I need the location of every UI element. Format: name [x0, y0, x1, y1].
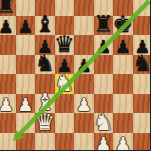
square-c1r3[interactable] [0, 35, 16, 55]
square-c5r8[interactable] [74, 133, 94, 151]
black-rook-piece[interactable]: ♜ [93, 13, 114, 36]
square-c5r6[interactable]: ♟ [74, 94, 94, 114]
square-c8r7[interactable] [133, 113, 151, 133]
square-c4r8[interactable] [55, 133, 75, 151]
square-c4r5-highlighted[interactable]: ♞ [55, 74, 75, 94]
square-c2r2[interactable]: ♟ [16, 16, 36, 36]
square-c2r5[interactable] [16, 74, 36, 94]
black-pawn-piece[interactable]: ♟ [95, 38, 111, 56]
square-c4r3[interactable]: ♛ [55, 35, 75, 55]
square-c2r4[interactable] [16, 55, 36, 75]
black-pawn-piece[interactable]: ♟ [0, 18, 14, 36]
square-c5r5[interactable] [74, 74, 94, 94]
white-queen-piece[interactable]: ♛ [34, 111, 55, 134]
square-c6r8[interactable]: ♟ [94, 133, 114, 151]
square-c6r2[interactable]: ♜ [94, 16, 114, 36]
square-c4r6[interactable] [55, 94, 75, 114]
square-c6r3[interactable]: ♟ [94, 35, 114, 55]
square-c2r7[interactable] [16, 113, 36, 133]
square-c8r4[interactable]: ♞ [133, 55, 151, 75]
black-pawn-piece[interactable]: ♟ [76, 57, 92, 75]
black-knight-piece[interactable]: ♞ [34, 52, 55, 75]
black-queen-piece[interactable]: ♛ [54, 33, 75, 56]
square-c8r6[interactable] [133, 94, 151, 114]
black-rook-piece[interactable]: ♜ [0, 0, 16, 17]
square-c3r2[interactable]: ♝ [35, 16, 55, 36]
white-pawn-piece[interactable]: ♟ [95, 135, 111, 150]
square-c1r7[interactable] [0, 113, 16, 133]
square-c7r5[interactable] [113, 74, 133, 94]
square-c1r6[interactable]: ♟ [0, 94, 16, 114]
black-knight-piece[interactable]: ♞ [132, 52, 150, 75]
square-c7r2[interactable]: ♚ [113, 16, 133, 36]
square-c8r5[interactable] [133, 74, 151, 94]
square-c8r1[interactable] [133, 0, 151, 16]
square-c7r6[interactable] [113, 94, 133, 114]
square-c4r1[interactable] [55, 0, 75, 16]
white-pawn-piece[interactable]: ♟ [115, 135, 131, 150]
square-c5r3[interactable] [74, 35, 94, 55]
square-c2r3[interactable] [16, 35, 36, 55]
chess-board[interactable]: ♜♟♟♝♜♚♟♛♟♟♟♞♟♟♞♞♟♟♝♟♛♞♟♟ [0, 0, 150, 150]
square-c6r4[interactable] [94, 55, 114, 75]
square-c8r8[interactable] [133, 133, 151, 151]
square-c1r4[interactable] [0, 55, 16, 75]
white-pawn-piece[interactable]: ♟ [76, 96, 92, 114]
square-c7r4[interactable] [113, 55, 133, 75]
square-c2r1[interactable] [16, 0, 36, 16]
square-c1r1[interactable]: ♜ [0, 0, 16, 16]
square-c2r8[interactable] [16, 133, 36, 151]
square-c1r8[interactable] [0, 133, 16, 151]
square-c1r2[interactable]: ♟ [0, 16, 16, 36]
black-pawn-piece[interactable]: ♟ [115, 38, 131, 56]
white-pawn-piece[interactable]: ♟ [0, 96, 14, 114]
square-c8r2[interactable] [133, 16, 151, 36]
white-pawn-piece[interactable]: ♟ [17, 96, 33, 114]
square-c4r7[interactable] [55, 113, 75, 133]
square-c7r7[interactable] [113, 113, 133, 133]
square-c3r8[interactable] [35, 133, 55, 151]
square-c6r7[interactable]: ♞ [94, 113, 114, 133]
square-c2r6[interactable]: ♟ [16, 94, 36, 114]
square-c6r5[interactable] [94, 74, 114, 94]
square-c5r2[interactable] [74, 16, 94, 36]
white-knight-piece[interactable]: ♞ [54, 72, 75, 95]
square-c5r4[interactable]: ♟ [74, 55, 94, 75]
white-knight-piece[interactable]: ♞ [93, 111, 114, 134]
black-king-piece[interactable]: ♚ [112, 13, 133, 36]
square-c1r5[interactable] [0, 74, 16, 94]
square-c7r3[interactable]: ♟ [113, 35, 133, 55]
black-pawn-piece[interactable]: ♟ [17, 18, 33, 36]
black-bishop-piece[interactable]: ♝ [34, 13, 55, 36]
square-c3r4[interactable]: ♞ [35, 55, 55, 75]
square-c5r7[interactable] [74, 113, 94, 133]
chessboard-viewport: ♜♟♟♝♜♚♟♛♟♟♟♞♟♟♞♞♟♟♝♟♛♞♟♟ [0, 0, 150, 150]
square-c3r7[interactable]: ♛ [35, 113, 55, 133]
square-c7r8[interactable]: ♟ [113, 133, 133, 151]
square-c5r1[interactable] [74, 0, 94, 16]
